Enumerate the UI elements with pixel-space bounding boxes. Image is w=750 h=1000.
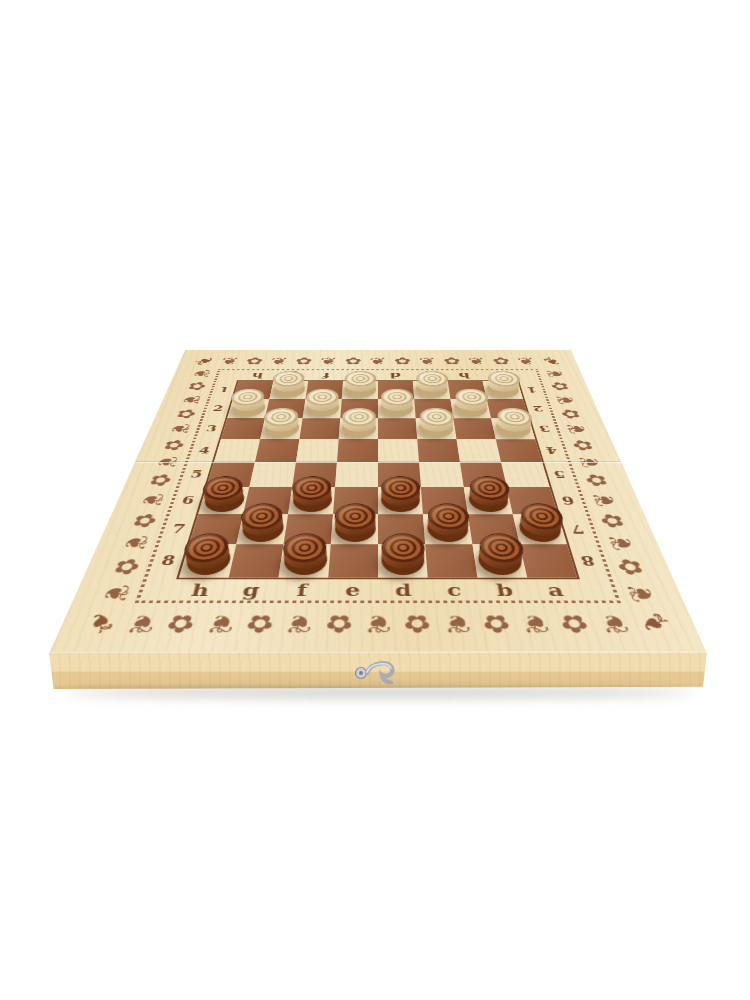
floral-motif-icon: ✿ — [291, 356, 317, 366]
file-label-h: h — [239, 371, 276, 380]
floral-motif-icon: ❦ — [173, 395, 204, 405]
floral-motif-icon: ✿ — [238, 611, 281, 635]
floral-motif-icon: ❦ — [89, 584, 134, 603]
floral-motif-icon: ✿ — [318, 611, 359, 635]
ornament-corner-icon: ❧ — [69, 600, 131, 647]
ornament-border-bottom: ❦✿❦✿❦✿❦✿❦✿❦✿❦ — [116, 607, 640, 640]
floral-motif-icon: ❦ — [161, 424, 194, 435]
floral-motif-icon: ✿ — [612, 559, 655, 576]
square-a7[interactable] — [513, 514, 567, 544]
square-g5[interactable] — [249, 462, 296, 487]
square-e5[interactable] — [335, 462, 378, 487]
file-label-c: c — [412, 371, 448, 380]
ornament-border-top: ❦✿❦✿❦✿❦✿❦✿❦✿❦ — [215, 354, 540, 367]
square-c7[interactable] — [423, 514, 472, 544]
square-c3[interactable] — [416, 418, 457, 439]
floral-motif-icon: ❦ — [184, 369, 213, 378]
square-b8[interactable] — [472, 544, 527, 577]
piece-top-face — [419, 408, 455, 426]
floral-motif-icon: ✿ — [167, 409, 199, 419]
floral-motif-icon: ❦ — [622, 584, 667, 603]
latch-hook-icon — [349, 660, 407, 684]
floral-motif-icon: ✿ — [158, 611, 204, 635]
board-front-edge — [49, 651, 707, 689]
floral-motif-icon: ✿ — [557, 409, 589, 419]
board-grid — [179, 381, 577, 578]
floral-motif-icon: ❦ — [130, 493, 168, 507]
floral-motif-icon: ❦ — [198, 611, 243, 635]
file-label-f: f — [308, 371, 344, 380]
ornament-corner-icon: ❧ — [624, 600, 686, 647]
square-h4[interactable] — [214, 439, 260, 462]
square-e8[interactable] — [328, 544, 378, 577]
square-c4[interactable] — [417, 439, 460, 462]
floral-motif-icon: ❦ — [552, 395, 583, 405]
floral-motif-icon: ❦ — [513, 611, 558, 635]
square-a8[interactable] — [520, 544, 577, 577]
square-e1[interactable] — [342, 381, 378, 399]
square-g8[interactable] — [229, 544, 284, 577]
piece-top-face — [380, 388, 413, 405]
floral-motif-icon: ❦ — [604, 535, 645, 551]
square-f6[interactable] — [288, 487, 335, 514]
floral-motif-icon: ❦ — [588, 493, 626, 507]
square-e3[interactable] — [339, 418, 378, 439]
square-b3[interactable] — [453, 418, 495, 439]
square-f4[interactable] — [296, 439, 339, 462]
square-f2[interactable] — [303, 399, 342, 418]
square-d6[interactable] — [378, 487, 423, 514]
floral-motif-icon: ✿ — [475, 611, 518, 635]
square-c8[interactable] — [425, 544, 477, 577]
square-b2[interactable] — [450, 399, 491, 418]
floral-motif-icon: ❦ — [111, 535, 152, 551]
file-label-e: e — [343, 371, 378, 380]
square-d2[interactable] — [378, 399, 416, 418]
square-f8[interactable] — [279, 544, 331, 577]
floral-motif-icon: ✿ — [596, 513, 635, 528]
file-label-d: d — [378, 371, 413, 380]
square-b4[interactable] — [457, 439, 501, 462]
floral-motif-icon: ❦ — [415, 356, 441, 366]
square-b6[interactable] — [464, 487, 513, 514]
floral-motif-icon: ❦ — [436, 611, 478, 635]
square-g4[interactable] — [255, 439, 299, 462]
floral-motif-icon: ❦ — [278, 611, 320, 635]
floral-motif-icon: ✿ — [581, 474, 617, 487]
square-c1[interactable] — [413, 381, 451, 399]
floral-motif-icon: ✿ — [390, 356, 415, 366]
square-f3[interactable] — [299, 418, 340, 439]
file-label-b: b — [446, 371, 482, 380]
floral-motif-icon: ❦ — [358, 611, 398, 635]
square-h8[interactable] — [179, 544, 236, 577]
square-g7[interactable] — [236, 514, 288, 544]
floral-motif-icon: ✿ — [341, 356, 366, 366]
square-e4[interactable] — [337, 439, 378, 462]
floral-motif-icon: ❦ — [463, 356, 490, 366]
floral-motif-icon: ❦ — [366, 356, 391, 366]
square-g3[interactable] — [260, 418, 302, 439]
board-photo-scene: ❦✿❦✿❦✿❦✿❦✿❦✿❦ ❦✿❦✿❦✿❦✿❦✿❦✿❦ ❦✿❦✿❦✿❦✿❦✿❦✿… — [0, 0, 750, 1000]
square-e7[interactable] — [331, 514, 378, 544]
file-label-g: g — [274, 371, 310, 380]
square-a3[interactable] — [491, 418, 535, 439]
floral-motif-icon: ✿ — [439, 356, 465, 366]
square-a1[interactable] — [483, 381, 523, 399]
piece-top-face — [333, 503, 375, 529]
floral-motif-icon: ✿ — [138, 474, 174, 487]
grid-frame — [176, 380, 580, 579]
floral-motif-icon: ✿ — [179, 382, 209, 391]
piece-top-face — [341, 408, 376, 426]
floral-motif-icon: ✿ — [154, 439, 188, 450]
square-g1[interactable] — [269, 381, 308, 399]
floral-motif-icon: ✿ — [552, 611, 598, 635]
file-label-a: a — [480, 371, 517, 380]
square-a5[interactable] — [501, 462, 550, 487]
floral-motif-icon: ✿ — [569, 439, 603, 450]
perspective-wrapper: ❦✿❦✿❦✿❦✿❦✿❦✿❦ ❦✿❦✿❦✿❦✿❦✿❦✿❦ ❦✿❦✿❦✿❦✿❦✿❦✿… — [135, 219, 621, 705]
square-d4[interactable] — [378, 439, 419, 462]
floral-motif-icon: ❦ — [563, 424, 596, 435]
square-a4[interactable] — [496, 439, 542, 462]
floral-motif-icon: ❦ — [266, 356, 293, 366]
floral-motif-icon: ✿ — [121, 513, 160, 528]
floral-motif-icon: ✿ — [547, 382, 577, 391]
square-h3[interactable] — [221, 418, 265, 439]
square-d3[interactable] — [378, 418, 417, 439]
square-d8[interactable] — [378, 544, 428, 577]
floral-motif-icon: ✿ — [488, 356, 515, 366]
floral-motif-icon: ❦ — [316, 356, 342, 366]
floral-motif-icon: ❦ — [591, 611, 639, 635]
floral-motif-icon: ❦ — [543, 369, 572, 378]
ground-shadow — [68, 687, 692, 698]
checkers-board: ❦✿❦✿❦✿❦✿❦✿❦✿❦ ❦✿❦✿❦✿❦✿❦✿❦✿❦ ❦✿❦✿❦✿❦✿❦✿❦✿… — [49, 350, 706, 653]
file-labels-top: hgfedcba — [239, 371, 517, 380]
floral-motif-icon: ✿ — [397, 611, 438, 635]
square-h6[interactable] — [198, 487, 249, 514]
floral-motif-icon: ✿ — [101, 559, 144, 576]
floral-motif-icon: ✿ — [241, 356, 268, 366]
square-c5[interactable] — [419, 462, 464, 487]
